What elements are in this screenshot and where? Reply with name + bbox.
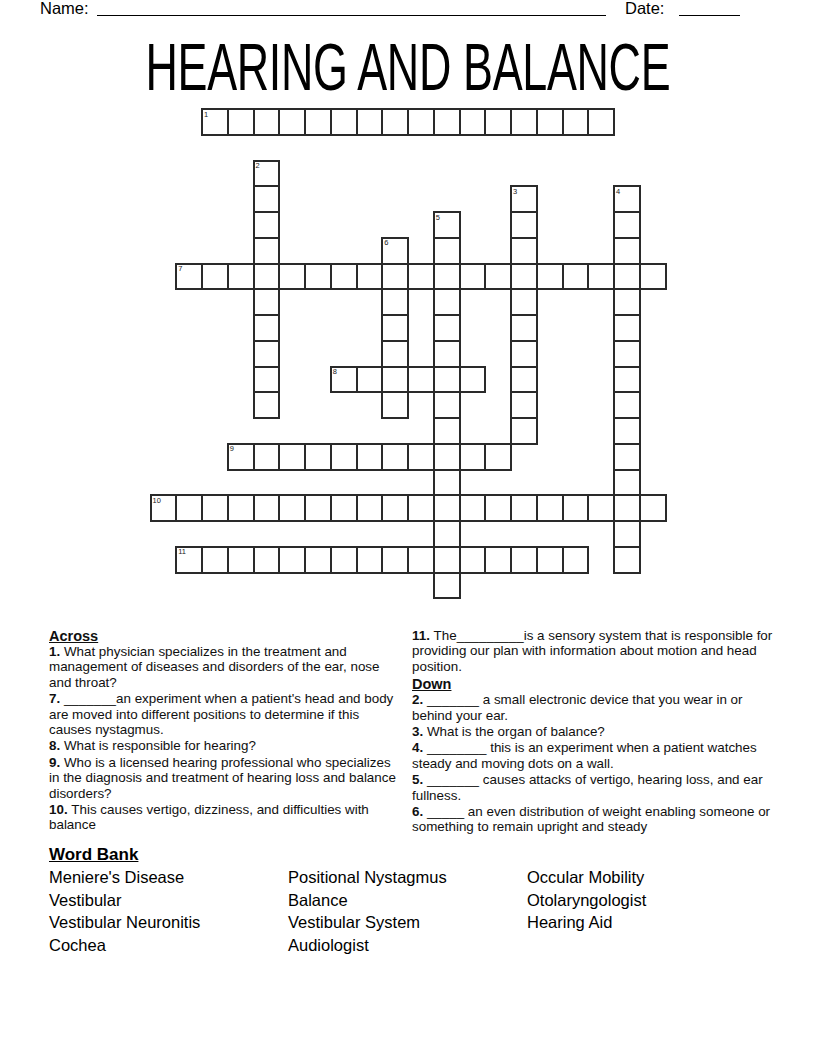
grid-cell[interactable] xyxy=(330,108,358,136)
grid-cell[interactable] xyxy=(381,443,409,471)
grid-cell[interactable] xyxy=(381,263,409,291)
grid-cell[interactable] xyxy=(562,494,590,522)
grid-cell[interactable] xyxy=(639,263,667,291)
grid-cell[interactable] xyxy=(175,494,203,522)
grid-cell[interactable] xyxy=(253,237,281,265)
grid-cell[interactable] xyxy=(356,366,384,394)
grid-cell[interactable] xyxy=(304,494,332,522)
grid-clue-number: 11 xyxy=(178,548,186,556)
grid-cell[interactable] xyxy=(304,546,332,574)
grid-cell[interactable] xyxy=(484,443,512,471)
grid-cell[interactable] xyxy=(278,443,306,471)
name-label: Name: xyxy=(40,0,89,17)
grid-cell[interactable] xyxy=(433,417,461,445)
clue-item: 4. ________ this is an experiment when a… xyxy=(412,740,780,771)
grid-cell[interactable] xyxy=(253,494,281,522)
grid-cell[interactable] xyxy=(381,340,409,368)
grid-cell[interactable] xyxy=(536,494,564,522)
grid-cell[interactable] xyxy=(304,443,332,471)
grid-cell[interactable] xyxy=(381,494,409,522)
grid-cell[interactable] xyxy=(253,546,281,574)
clue-number-label: 5. xyxy=(412,772,427,787)
grid-cell[interactable] xyxy=(330,263,358,291)
grid-cell[interactable] xyxy=(201,263,229,291)
worksheet-page: Name: Date: HEARING AND BALANCE 12345678… xyxy=(0,0,816,1056)
grid-cell[interactable] xyxy=(433,314,461,342)
grid-clue-number: 6 xyxy=(384,239,388,247)
grid-cell[interactable] xyxy=(433,288,461,316)
grid-cell[interactable] xyxy=(613,263,641,291)
grid-cell[interactable] xyxy=(356,494,384,522)
grid-cell[interactable] xyxy=(433,366,461,394)
grid-cell[interactable] xyxy=(433,391,461,419)
grid-cell[interactable] xyxy=(613,366,641,394)
grid-cell[interactable] xyxy=(381,366,409,394)
clue-number-label: 8. xyxy=(49,738,64,753)
clue-item: 1. What physician specializes in the tre… xyxy=(49,644,401,690)
grid-cell[interactable] xyxy=(613,469,641,497)
grid-cell[interactable] xyxy=(227,108,255,136)
word-bank-item: Positional Nystagmus xyxy=(288,866,527,889)
grid-cell[interactable] xyxy=(407,546,435,574)
grid-cell[interactable] xyxy=(407,443,435,471)
word-bank-item: Vestibular xyxy=(49,889,288,912)
grid-cell[interactable] xyxy=(227,263,255,291)
clue-item: 10. This causes vertigo, dizziness, and … xyxy=(49,802,401,833)
grid-cell[interactable] xyxy=(253,211,281,239)
clue-number-label: 11. xyxy=(412,628,434,643)
grid-cell[interactable] xyxy=(253,340,281,368)
date-label: Date: xyxy=(625,0,664,17)
word-bank-columns: Meniere's DiseaseVestibularVestibular Ne… xyxy=(49,866,789,956)
grid-cell[interactable] xyxy=(613,288,641,316)
word-bank-item: Balance xyxy=(288,889,527,912)
across-heading: Across xyxy=(49,628,401,644)
grid-cell[interactable] xyxy=(278,494,306,522)
word-bank-heading: Word Bank xyxy=(49,845,138,864)
grid-clue-number: 5 xyxy=(436,214,440,222)
grid-cell[interactable] xyxy=(510,391,538,419)
word-bank-column: Positional NystagmusBalanceVestibular Sy… xyxy=(288,866,527,956)
grid-cell[interactable] xyxy=(433,108,461,136)
grid-cell[interactable] xyxy=(613,443,641,471)
word-bank-item: Otolaryngologist xyxy=(527,889,766,912)
grid-cell[interactable] xyxy=(227,546,255,574)
grid-cell[interactable] xyxy=(587,494,615,522)
grid-cell[interactable] xyxy=(484,494,512,522)
grid-cell[interactable] xyxy=(407,366,435,394)
grid-cell[interactable] xyxy=(433,469,461,497)
page-title-text: HEARING AND BALANCE xyxy=(146,34,671,100)
grid-cell[interactable] xyxy=(459,366,487,394)
word-bank-item: Occular Mobility xyxy=(527,866,766,889)
grid-clue-number: 4 xyxy=(616,188,620,196)
grid-cell[interactable] xyxy=(459,443,487,471)
grid-cell[interactable] xyxy=(613,520,641,548)
grid-cell[interactable] xyxy=(253,391,281,419)
word-bank-item: Audiologist xyxy=(288,934,527,957)
grid-cell[interactable] xyxy=(639,494,667,522)
clue-item: 5. _______ causes attacks of vertigo, he… xyxy=(412,772,780,803)
grid-cell[interactable] xyxy=(304,263,332,291)
grid-cell[interactable] xyxy=(433,443,461,471)
grid-cell[interactable] xyxy=(613,340,641,368)
grid-cell[interactable] xyxy=(587,108,615,136)
grid-cell[interactable] xyxy=(227,494,255,522)
grid-cell[interactable] xyxy=(536,108,564,136)
grid-cell[interactable] xyxy=(459,108,487,136)
grid-cell[interactable] xyxy=(459,546,487,574)
grid-cell[interactable] xyxy=(562,263,590,291)
clue-item: 9. Who is a licensed hearing professiona… xyxy=(49,755,401,801)
name-blank-line[interactable] xyxy=(97,0,606,16)
grid-clue-number: 9 xyxy=(230,445,234,453)
word-bank-column: Occular MobilityOtolaryngologistHearing … xyxy=(527,866,766,956)
clue-number-label: 7. xyxy=(49,691,64,706)
grid-cell[interactable] xyxy=(613,546,641,574)
grid-cell[interactable] xyxy=(613,314,641,342)
grid-cell[interactable] xyxy=(433,340,461,368)
word-bank-item: Vestibular Neuronitis xyxy=(49,911,288,934)
grid-cell[interactable] xyxy=(484,263,512,291)
clue-item: 3. What is the organ of balance? xyxy=(412,724,780,739)
grid-cell[interactable] xyxy=(253,185,281,213)
clues-right-column: 11. The_________is a sensory system that… xyxy=(412,628,780,836)
clue-number-label: 10. xyxy=(49,802,71,817)
grid-clue-number: 7 xyxy=(178,265,182,273)
grid-cell[interactable] xyxy=(253,263,281,291)
grid-clue-number: 10 xyxy=(153,497,161,505)
clue-item: 2. _______ a small electronic device tha… xyxy=(412,692,780,723)
clue-number-label: 1. xyxy=(49,644,64,659)
grid-cell[interactable] xyxy=(484,108,512,136)
grid-cell[interactable] xyxy=(510,314,538,342)
word-bank-column: Meniere's DiseaseVestibularVestibular Ne… xyxy=(49,866,288,956)
grid-cell[interactable] xyxy=(407,263,435,291)
clue-number-label: 6. xyxy=(412,804,427,819)
grid-clue-number: 8 xyxy=(333,368,337,376)
clue-number-label: 3. xyxy=(412,724,427,739)
grid-cell[interactable] xyxy=(253,288,281,316)
grid-cell[interactable] xyxy=(510,108,538,136)
grid-cell[interactable] xyxy=(407,494,435,522)
grid-cell[interactable] xyxy=(562,108,590,136)
grid-cell[interactable] xyxy=(253,108,281,136)
grid-cell[interactable] xyxy=(381,108,409,136)
grid-clue-number: 1 xyxy=(204,111,208,119)
word-bank-item: Cochea xyxy=(49,934,288,957)
date-blank-line[interactable] xyxy=(679,0,740,16)
grid-cell[interactable] xyxy=(330,494,358,522)
grid-cell[interactable] xyxy=(433,520,461,548)
grid-cell[interactable] xyxy=(201,546,229,574)
grid-cell[interactable] xyxy=(459,494,487,522)
grid-cell[interactable] xyxy=(613,417,641,445)
clues-left-column: Across 1. What physician specializes in … xyxy=(49,628,401,834)
grid-cell[interactable] xyxy=(536,546,564,574)
grid-cell[interactable] xyxy=(356,546,384,574)
grid-cell[interactable] xyxy=(381,391,409,419)
clue-item: 11. The_________is a sensory system that… xyxy=(412,628,780,674)
word-bank-item: Vestibular System xyxy=(288,911,527,934)
clue-item: 6. _____ an even distribution of weight … xyxy=(412,804,780,835)
grid-cell[interactable] xyxy=(278,108,306,136)
grid-cell[interactable] xyxy=(356,263,384,291)
grid-cell[interactable] xyxy=(381,314,409,342)
grid-cell[interactable] xyxy=(510,494,538,522)
grid-cell[interactable] xyxy=(510,237,538,265)
word-bank-item: Hearing Aid xyxy=(527,911,766,934)
grid-cell[interactable] xyxy=(613,237,641,265)
grid-cell[interactable] xyxy=(433,237,461,265)
grid-cell[interactable] xyxy=(278,263,306,291)
grid-cell[interactable] xyxy=(253,314,281,342)
grid-cell[interactable] xyxy=(484,546,512,574)
clue-number-label: 4. xyxy=(412,740,427,755)
grid-cell[interactable] xyxy=(407,108,435,136)
grid-cell[interactable] xyxy=(381,546,409,574)
grid-cell[interactable] xyxy=(613,211,641,239)
grid-cell[interactable] xyxy=(253,443,281,471)
grid-cell[interactable] xyxy=(381,288,409,316)
grid-cell[interactable] xyxy=(459,263,487,291)
page-title: HEARING AND BALANCE xyxy=(0,34,816,100)
grid-cell[interactable] xyxy=(201,494,229,522)
grid-cell[interactable] xyxy=(562,546,590,574)
grid-cell[interactable] xyxy=(510,288,538,316)
grid-cell[interactable] xyxy=(433,263,461,291)
grid-cell[interactable] xyxy=(433,572,461,600)
grid-clue-number: 2 xyxy=(256,162,260,170)
grid-cell[interactable] xyxy=(510,340,538,368)
grid-cell[interactable] xyxy=(433,546,461,574)
grid-cell[interactable] xyxy=(510,417,538,445)
down-heading: Down xyxy=(412,676,780,692)
grid-cell[interactable] xyxy=(253,366,281,394)
grid-cell[interactable] xyxy=(587,263,615,291)
grid-cell[interactable] xyxy=(304,108,332,136)
clue-item: 8. What is responsible for hearing? xyxy=(49,738,401,753)
clue-number-label: 9. xyxy=(49,755,64,770)
grid-cell[interactable] xyxy=(510,263,538,291)
grid-cell[interactable] xyxy=(613,494,641,522)
grid-cell[interactable] xyxy=(510,366,538,394)
grid-cell[interactable] xyxy=(510,211,538,239)
clue-item: 7. _______an experiment when a patient's… xyxy=(49,691,401,737)
grid-cell[interactable] xyxy=(536,263,564,291)
clue-number-label: 2. xyxy=(412,692,427,707)
grid-cell[interactable] xyxy=(510,546,538,574)
grid-cell[interactable] xyxy=(356,443,384,471)
grid-cell[interactable] xyxy=(330,443,358,471)
grid-cell[interactable] xyxy=(613,391,641,419)
grid-cell[interactable] xyxy=(330,546,358,574)
word-bank-item: Meniere's Disease xyxy=(49,866,288,889)
grid-clue-number: 3 xyxy=(513,188,517,196)
grid-cell[interactable] xyxy=(278,546,306,574)
grid-cell[interactable] xyxy=(356,108,384,136)
grid-cell[interactable] xyxy=(433,494,461,522)
